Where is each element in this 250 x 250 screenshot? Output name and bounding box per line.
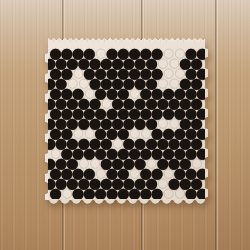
wood-table-background: ●●●●○●●●●●○○●●●●●●●●●●●●○○●●●●○●●●●●●●○○… xyxy=(0,0,250,250)
black-peg: ● xyxy=(49,188,62,198)
hole-cell-black-peg: ● xyxy=(106,188,117,198)
hole-cell-black-peg: ● xyxy=(84,148,95,158)
hole-cell-black-peg: ● xyxy=(140,188,151,198)
hole-cell-black-peg: ● xyxy=(72,188,83,198)
hole-cell-black-peg: ● xyxy=(135,118,146,128)
hole-cell-black-peg: ● xyxy=(168,178,179,188)
hole-cell-black-peg: ● xyxy=(95,188,106,198)
black-peg: ● xyxy=(196,188,205,198)
hole-cell-black-peg: ● xyxy=(129,188,140,198)
hole-cell-black-peg: ● xyxy=(50,188,61,198)
plank-seam xyxy=(215,0,218,250)
hole-cell-black-peg: ● xyxy=(197,188,205,198)
hole-cell-black-peg: ● xyxy=(84,188,95,198)
scalloped-edge-right xyxy=(205,43,208,200)
hole-cell-black-peg: ● xyxy=(78,118,89,128)
peg-board-surface: ●●●●○●●●●●○○●●●●●●●●●●●●○○●●●●○●●●●●●●○○… xyxy=(48,42,205,200)
hole-cell-black-peg: ● xyxy=(185,188,196,198)
hole-cell-black-peg: ● xyxy=(163,108,174,118)
peg-board: ●●●●○●●●●●○○●●●●●●●●●●●●○○●●●●○●●●●●●●○○… xyxy=(48,42,205,200)
hole-cell-black-peg: ● xyxy=(118,188,129,198)
hole-cell-black-peg: ● xyxy=(197,148,205,158)
hole-cell-black-peg: ● xyxy=(152,188,163,198)
black-peg: ● xyxy=(151,188,164,198)
black-peg: ● xyxy=(196,148,205,158)
